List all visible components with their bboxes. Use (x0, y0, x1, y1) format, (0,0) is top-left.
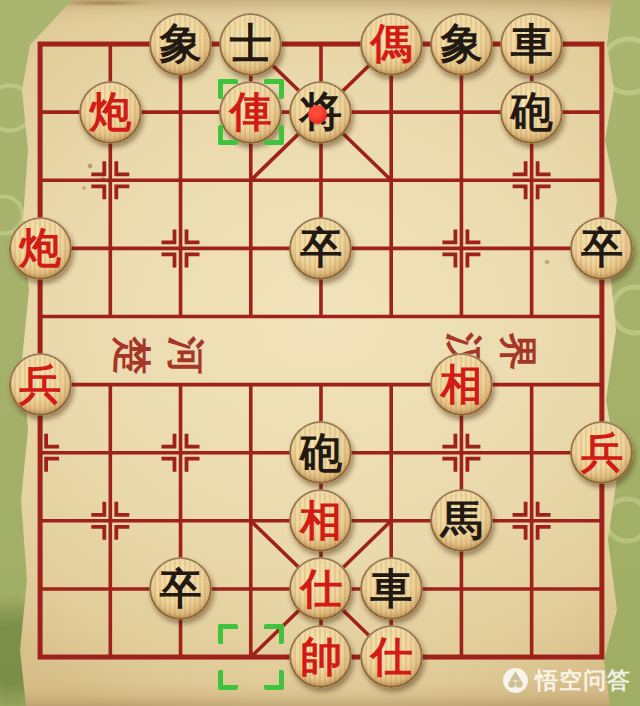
piece-black-soldier[interactable]: 卒 (149, 557, 212, 620)
bracket-corner (264, 624, 284, 644)
watermark: 悟空问答 (502, 665, 631, 696)
bracket-corner (218, 125, 238, 145)
bracket-corner (264, 670, 284, 690)
piece-black-soldier[interactable]: 卒 (570, 217, 633, 280)
piece-red-soldier[interactable]: 兵 (570, 421, 633, 484)
river-character: 河 (160, 337, 211, 375)
piece-red-elephant[interactable]: 相 (289, 489, 352, 552)
piece-black-soldier[interactable]: 卒 (289, 217, 352, 280)
bracket-corner (218, 624, 238, 644)
piece-red-general[interactable]: 帥 (289, 625, 352, 688)
piece-red-cannon[interactable]: 炮 (79, 81, 142, 144)
piece-black-chariot[interactable]: 車 (500, 13, 563, 76)
wukong-qa-logo-icon (502, 667, 529, 694)
piece-black-cannon[interactable]: 砲 (500, 81, 563, 144)
piece-red-soldier[interactable]: 兵 (9, 353, 72, 416)
watermark-text: 悟空问答 (535, 665, 631, 696)
river-label-chu-he: 楚河 (104, 330, 212, 381)
selection-brackets[interactable] (218, 624, 284, 690)
screenshot-stage: 楚河 汉界 象士傌象車炮俥将砲炮卒卒兵相砲兵相馬卒仕車帥仕 悟空问答 (0, 0, 640, 706)
check-indicator-dot (308, 105, 327, 124)
piece-black-horse[interactable]: 馬 (430, 489, 493, 552)
bracket-corner (264, 79, 284, 99)
piece-red-cannon[interactable]: 炮 (9, 217, 72, 280)
river-character: 界 (492, 333, 543, 371)
piece-red-advisor[interactable]: 仕 (360, 625, 423, 688)
bracket-corner (264, 125, 284, 145)
bracket-corner (218, 79, 238, 99)
piece-red-horse[interactable]: 傌 (360, 13, 423, 76)
piece-black-advisor[interactable]: 士 (219, 13, 282, 76)
river-character: 楚 (106, 337, 157, 375)
piece-red-elephant[interactable]: 相 (430, 353, 493, 416)
piece-black-elephant[interactable]: 象 (430, 13, 493, 76)
bracket-corner (218, 670, 238, 690)
piece-black-cannon[interactable]: 砲 (289, 421, 352, 484)
piece-black-chariot[interactable]: 車 (360, 557, 423, 620)
piece-black-elephant[interactable]: 象 (149, 13, 212, 76)
piece-red-advisor[interactable]: 仕 (289, 557, 352, 620)
selection-brackets[interactable] (218, 79, 284, 145)
